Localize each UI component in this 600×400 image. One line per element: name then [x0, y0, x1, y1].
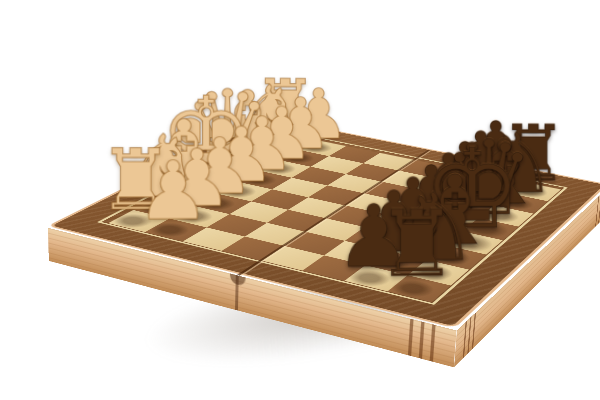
- scene-3d: ♜♟♟♜♞♟♟♞♝♟♟♝♛♟♟♛♚♟♟♚♝♟♟♝♞♟♟♞♜♟♟♜: [0, 0, 600, 400]
- corner-groove: [408, 319, 414, 357]
- corner-groove: [419, 321, 425, 359]
- square-a2: [295, 139, 346, 156]
- piece-glyph: ♟: [98, 151, 247, 232]
- piece-shadow: [292, 140, 338, 155]
- board-yaw-wrapper: ♜♟♟♜♞♟♟♞♝♟♟♝♛♟♟♛♚♟♟♚♝♟♟♝♞♟♟♞♜♟♟♜: [134, 0, 547, 400]
- product-photo: ♜♟♟♜♞♟♟♞♝♟♟♝♛♟♟♛♚♟♟♚♝♟♟♝♞♟♟♞♜♟♟♜: [0, 0, 600, 400]
- chess-board: ♜♟♟♜♞♟♟♞♝♟♟♝♛♟♟♛♚♟♟♚♝♟♟♝♞♟♟♞♜♟♟♜: [47, 117, 600, 328]
- piece-glyph: ♜: [337, 198, 495, 291]
- corner-groove: [430, 324, 436, 362]
- fold-seam-side-line: [235, 275, 239, 311]
- corner-groove: [472, 312, 476, 350]
